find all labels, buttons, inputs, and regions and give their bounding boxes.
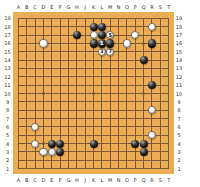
intersection-K10[interactable] [89, 89, 97, 97]
intersection-G4[interactable] [64, 139, 72, 147]
intersection-F10[interactable] [56, 89, 64, 97]
intersection-C7[interactable] [31, 114, 39, 122]
intersection-O4[interactable] [123, 139, 131, 147]
intersection-O9[interactable] [123, 98, 131, 106]
intersection-J13[interactable] [81, 64, 89, 72]
intersection-L11[interactable] [98, 81, 106, 89]
intersection-K8[interactable] [89, 106, 97, 114]
intersection-L6[interactable] [98, 123, 106, 131]
intersection-G7[interactable] [64, 114, 72, 122]
intersection-M18[interactable] [106, 23, 114, 31]
intersection-B12[interactable] [23, 73, 31, 81]
intersection-H10[interactable] [73, 89, 81, 97]
intersection-E15[interactable] [48, 48, 56, 56]
intersection-M19[interactable] [106, 14, 114, 22]
intersection-A15[interactable] [14, 48, 22, 56]
intersection-B9[interactable] [23, 98, 31, 106]
intersection-A8[interactable] [14, 106, 22, 114]
intersection-F16[interactable] [56, 39, 64, 47]
intersection-N3[interactable] [114, 148, 122, 156]
intersection-T9[interactable] [164, 98, 172, 106]
intersection-H16[interactable] [73, 39, 81, 47]
intersection-Q13[interactable] [139, 64, 147, 72]
intersection-R1[interactable] [148, 164, 156, 172]
intersection-N4[interactable] [114, 139, 122, 147]
intersection-N15[interactable] [114, 48, 122, 56]
intersection-M9[interactable] [106, 98, 114, 106]
intersection-P10[interactable] [131, 89, 139, 97]
intersection-K15[interactable] [89, 48, 97, 56]
intersection-H7[interactable] [73, 114, 81, 122]
intersection-K6[interactable] [89, 123, 97, 131]
intersection-S19[interactable] [156, 14, 164, 22]
intersection-N11[interactable] [114, 81, 122, 89]
intersection-N7[interactable] [114, 114, 122, 122]
intersection-O5[interactable] [123, 131, 131, 139]
intersection-D7[interactable] [39, 114, 47, 122]
intersection-G17[interactable] [64, 31, 72, 39]
intersection-R12[interactable] [148, 73, 156, 81]
intersection-Q2[interactable] [139, 156, 147, 164]
intersection-B14[interactable] [23, 56, 31, 64]
intersection-C14[interactable] [31, 56, 39, 64]
intersection-B5[interactable] [23, 131, 31, 139]
intersection-C11[interactable] [31, 81, 39, 89]
intersection-P3[interactable] [131, 148, 139, 156]
intersection-Q5[interactable] [139, 131, 147, 139]
intersection-S9[interactable] [156, 98, 164, 106]
intersection-E13[interactable] [48, 64, 56, 72]
intersection-F8[interactable] [56, 106, 64, 114]
intersection-K11[interactable] [89, 81, 97, 89]
intersection-S4[interactable] [156, 139, 164, 147]
intersection-B2[interactable] [23, 156, 31, 164]
intersection-O13[interactable] [123, 64, 131, 72]
intersection-O3[interactable] [123, 148, 131, 156]
intersection-A5[interactable] [14, 131, 22, 139]
intersection-L10[interactable] [98, 89, 106, 97]
intersection-P14[interactable] [131, 56, 139, 64]
intersection-N5[interactable] [114, 131, 122, 139]
intersection-S10[interactable] [156, 89, 164, 97]
intersection-C15[interactable] [31, 48, 39, 56]
intersection-T17[interactable] [164, 31, 172, 39]
intersection-N1[interactable] [114, 164, 122, 172]
intersection-O12[interactable] [123, 73, 131, 81]
intersection-E11[interactable] [48, 81, 56, 89]
intersection-Q8[interactable] [139, 106, 147, 114]
intersection-F14[interactable] [56, 56, 64, 64]
intersection-T11[interactable] [164, 81, 172, 89]
intersection-M12[interactable] [106, 73, 114, 81]
intersection-K7[interactable] [89, 114, 97, 122]
intersection-A3[interactable] [14, 148, 22, 156]
intersection-J19[interactable] [81, 14, 89, 22]
intersection-T16[interactable] [164, 39, 172, 47]
intersection-J9[interactable] [81, 98, 89, 106]
intersection-A7[interactable] [14, 114, 22, 122]
intersection-M8[interactable] [106, 106, 114, 114]
intersection-J5[interactable] [81, 131, 89, 139]
intersection-S8[interactable] [156, 106, 164, 114]
intersection-C3[interactable] [31, 148, 39, 156]
intersection-B10[interactable] [23, 89, 31, 97]
intersection-T10[interactable] [164, 89, 172, 97]
intersection-O8[interactable] [123, 106, 131, 114]
intersection-H12[interactable] [73, 73, 81, 81]
intersection-A2[interactable] [14, 156, 22, 164]
intersection-E14[interactable] [48, 56, 56, 64]
intersection-D15[interactable] [39, 48, 47, 56]
intersection-Q11[interactable] [139, 81, 147, 89]
intersection-D9[interactable] [39, 98, 47, 106]
intersection-F7[interactable] [56, 114, 64, 122]
intersection-Q16[interactable] [139, 39, 147, 47]
intersection-A6[interactable] [14, 123, 22, 131]
intersection-L13[interactable] [98, 64, 106, 72]
intersection-J16[interactable] [81, 39, 89, 47]
intersection-G8[interactable] [64, 106, 72, 114]
intersection-G1[interactable] [64, 164, 72, 172]
intersection-C12[interactable] [31, 73, 39, 81]
intersection-H9[interactable] [73, 98, 81, 106]
intersection-E12[interactable] [48, 73, 56, 81]
intersection-R2[interactable] [148, 156, 156, 164]
intersection-G18[interactable] [64, 23, 72, 31]
intersection-E5[interactable] [48, 131, 56, 139]
intersection-J17[interactable] [81, 31, 89, 39]
intersection-F15[interactable] [56, 48, 64, 56]
intersection-H15[interactable] [73, 48, 81, 56]
intersection-N2[interactable] [114, 156, 122, 164]
intersection-N18[interactable] [114, 23, 122, 31]
intersection-B4[interactable] [23, 139, 31, 147]
intersection-L9[interactable] [98, 98, 106, 106]
intersection-P12[interactable] [131, 73, 139, 81]
intersection-T19[interactable] [164, 14, 172, 22]
intersection-H18[interactable] [73, 23, 81, 31]
intersection-L2[interactable] [98, 156, 106, 164]
intersection-G3[interactable] [64, 148, 72, 156]
intersection-A17[interactable] [14, 31, 22, 39]
intersection-F5[interactable] [56, 131, 64, 139]
intersection-E8[interactable] [48, 106, 56, 114]
intersection-J15[interactable] [81, 48, 89, 56]
intersection-T3[interactable] [164, 148, 172, 156]
intersection-T8[interactable] [164, 106, 172, 114]
intersection-C8[interactable] [31, 106, 39, 114]
intersection-E1[interactable] [48, 164, 56, 172]
intersection-D8[interactable] [39, 106, 47, 114]
intersection-S14[interactable] [156, 56, 164, 64]
intersection-P7[interactable] [131, 114, 139, 122]
intersection-P11[interactable] [131, 81, 139, 89]
intersection-R19[interactable] [148, 14, 156, 22]
intersection-M6[interactable] [106, 123, 114, 131]
intersection-D13[interactable] [39, 64, 47, 72]
intersection-E10[interactable] [48, 89, 56, 97]
intersection-M13[interactable] [106, 64, 114, 72]
intersection-L14[interactable] [98, 56, 106, 64]
intersection-M4[interactable] [106, 139, 114, 147]
intersection-L19[interactable] [98, 14, 106, 22]
intersection-B18[interactable] [23, 23, 31, 31]
intersection-Q10[interactable] [139, 89, 147, 97]
intersection-L5[interactable] [98, 131, 106, 139]
intersection-Q12[interactable] [139, 73, 147, 81]
intersection-R4[interactable] [148, 139, 156, 147]
intersection-H5[interactable] [73, 131, 81, 139]
intersection-E9[interactable] [48, 98, 56, 106]
intersection-P18[interactable] [131, 23, 139, 31]
intersection-K9[interactable] [89, 98, 97, 106]
intersection-P6[interactable] [131, 123, 139, 131]
intersection-C5[interactable] [31, 131, 39, 139]
intersection-O14[interactable] [123, 56, 131, 64]
intersection-D17[interactable] [39, 31, 47, 39]
intersection-D6[interactable] [39, 123, 47, 131]
intersection-C16[interactable] [31, 39, 39, 47]
intersection-E17[interactable] [48, 31, 56, 39]
intersection-F13[interactable] [56, 64, 64, 72]
intersection-M7[interactable] [106, 114, 114, 122]
intersection-D1[interactable] [39, 164, 47, 172]
goban-surface[interactable]: 1537 [13, 12, 174, 174]
intersection-M1[interactable] [106, 164, 114, 172]
intersection-M5[interactable] [106, 131, 114, 139]
intersection-S11[interactable] [156, 81, 164, 89]
intersection-C1[interactable] [31, 164, 39, 172]
intersection-T12[interactable] [164, 73, 172, 81]
intersection-G12[interactable] [64, 73, 72, 81]
intersection-J1[interactable] [81, 164, 89, 172]
intersection-K5[interactable] [89, 131, 97, 139]
intersection-G5[interactable] [64, 131, 72, 139]
intersection-C9[interactable] [31, 98, 39, 106]
intersection-O17[interactable] [123, 31, 131, 39]
intersection-L12[interactable] [98, 73, 106, 81]
intersection-R7[interactable] [148, 114, 156, 122]
intersection-S2[interactable] [156, 156, 164, 164]
intersection-P16[interactable] [131, 39, 139, 47]
intersection-M14[interactable] [106, 56, 114, 64]
intersection-F11[interactable] [56, 81, 64, 89]
intersection-H1[interactable] [73, 164, 81, 172]
intersection-P13[interactable] [131, 64, 139, 72]
intersection-A1[interactable] [14, 164, 22, 172]
intersection-B13[interactable] [23, 64, 31, 72]
intersection-O18[interactable] [123, 23, 131, 31]
intersection-F19[interactable] [56, 14, 64, 22]
intersection-P5[interactable] [131, 131, 139, 139]
intersection-T1[interactable] [164, 164, 172, 172]
intersection-J6[interactable] [81, 123, 89, 131]
intersection-R3[interactable] [148, 148, 156, 156]
intersection-Q19[interactable] [139, 14, 147, 22]
intersection-A19[interactable] [14, 14, 22, 22]
intersection-P9[interactable] [131, 98, 139, 106]
intersection-N10[interactable] [114, 89, 122, 97]
intersection-J14[interactable] [81, 56, 89, 64]
intersection-B16[interactable] [23, 39, 31, 47]
intersection-B7[interactable] [23, 114, 31, 122]
intersection-O15[interactable] [123, 48, 131, 56]
intersection-B8[interactable] [23, 106, 31, 114]
intersection-R6[interactable] [148, 123, 156, 131]
intersection-M11[interactable] [106, 81, 114, 89]
intersection-N6[interactable] [114, 123, 122, 131]
intersection-E7[interactable] [48, 114, 56, 122]
intersection-Q18[interactable] [139, 23, 147, 31]
intersection-A4[interactable] [14, 139, 22, 147]
intersection-F9[interactable] [56, 98, 64, 106]
intersection-S17[interactable] [156, 31, 164, 39]
intersection-Q6[interactable] [139, 123, 147, 131]
intersection-G15[interactable] [64, 48, 72, 56]
intersection-F12[interactable] [56, 73, 64, 81]
intersection-D11[interactable] [39, 81, 47, 89]
intersection-A10[interactable] [14, 89, 22, 97]
intersection-D5[interactable] [39, 131, 47, 139]
intersection-R13[interactable] [148, 64, 156, 72]
intersection-D18[interactable] [39, 23, 47, 31]
intersection-O2[interactable] [123, 156, 131, 164]
intersection-J8[interactable] [81, 106, 89, 114]
intersection-B1[interactable] [23, 164, 31, 172]
intersection-N8[interactable] [114, 106, 122, 114]
intersection-N16[interactable] [114, 39, 122, 47]
intersection-G9[interactable] [64, 98, 72, 106]
intersection-N9[interactable] [114, 98, 122, 106]
intersection-N19[interactable] [114, 14, 122, 22]
intersection-P15[interactable] [131, 48, 139, 56]
intersection-S6[interactable] [156, 123, 164, 131]
intersection-T13[interactable] [164, 64, 172, 72]
intersection-T2[interactable] [164, 156, 172, 164]
intersection-L3[interactable] [98, 148, 106, 156]
intersection-G19[interactable] [64, 14, 72, 22]
intersection-Q9[interactable] [139, 98, 147, 106]
intersection-F17[interactable] [56, 31, 64, 39]
intersection-J12[interactable] [81, 73, 89, 81]
intersection-P19[interactable] [131, 14, 139, 22]
intersection-S7[interactable] [156, 114, 164, 122]
intersection-T6[interactable] [164, 123, 172, 131]
intersection-E19[interactable] [48, 14, 56, 22]
intersection-D2[interactable] [39, 156, 47, 164]
intersection-E18[interactable] [48, 23, 56, 31]
intersection-H14[interactable] [73, 56, 81, 64]
intersection-A18[interactable] [14, 23, 22, 31]
intersection-H11[interactable] [73, 81, 81, 89]
intersection-B6[interactable] [23, 123, 31, 131]
intersection-J3[interactable] [81, 148, 89, 156]
intersection-C13[interactable] [31, 64, 39, 72]
intersection-B17[interactable] [23, 31, 31, 39]
intersection-D14[interactable] [39, 56, 47, 64]
intersection-R15[interactable] [148, 48, 156, 56]
intersection-H2[interactable] [73, 156, 81, 164]
intersection-T5[interactable] [164, 131, 172, 139]
intersection-R10[interactable] [148, 89, 156, 97]
intersection-D12[interactable] [39, 73, 47, 81]
intersection-O6[interactable] [123, 123, 131, 131]
intersection-P1[interactable] [131, 164, 139, 172]
intersection-N13[interactable] [114, 64, 122, 72]
intersection-S1[interactable] [156, 164, 164, 172]
intersection-G11[interactable] [64, 81, 72, 89]
intersection-B15[interactable] [23, 48, 31, 56]
intersection-C2[interactable] [31, 156, 39, 164]
intersection-K2[interactable] [89, 156, 97, 164]
intersection-S16[interactable] [156, 39, 164, 47]
intersection-H13[interactable] [73, 64, 81, 72]
intersection-T4[interactable] [164, 139, 172, 147]
intersection-J11[interactable] [81, 81, 89, 89]
intersection-G6[interactable] [64, 123, 72, 131]
intersection-E6[interactable] [48, 123, 56, 131]
intersection-K3[interactable] [89, 148, 97, 156]
intersection-N14[interactable] [114, 56, 122, 64]
intersection-B19[interactable] [23, 14, 31, 22]
intersection-T7[interactable] [164, 114, 172, 122]
intersection-F18[interactable] [56, 23, 64, 31]
intersection-L7[interactable] [98, 114, 106, 122]
intersection-O1[interactable] [123, 164, 131, 172]
intersection-H6[interactable] [73, 123, 81, 131]
intersection-F1[interactable] [56, 164, 64, 172]
intersection-O19[interactable] [123, 14, 131, 22]
intersection-K19[interactable] [89, 14, 97, 22]
intersection-H8[interactable] [73, 106, 81, 114]
intersection-S3[interactable] [156, 148, 164, 156]
intersection-M10[interactable] [106, 89, 114, 97]
intersection-S12[interactable] [156, 73, 164, 81]
intersection-R17[interactable] [148, 31, 156, 39]
intersection-J4[interactable] [81, 139, 89, 147]
intersection-M2[interactable] [106, 156, 114, 164]
intersection-A9[interactable] [14, 98, 22, 106]
intersection-N12[interactable] [114, 73, 122, 81]
intersection-J10[interactable] [81, 89, 89, 97]
intersection-K12[interactable] [89, 73, 97, 81]
intersection-J18[interactable] [81, 23, 89, 31]
intersection-C18[interactable] [31, 23, 39, 31]
intersection-F2[interactable] [56, 156, 64, 164]
intersection-A11[interactable] [14, 81, 22, 89]
intersection-F6[interactable] [56, 123, 64, 131]
intersection-G16[interactable] [64, 39, 72, 47]
intersection-K1[interactable] [89, 164, 97, 172]
intersection-P2[interactable] [131, 156, 139, 164]
intersection-A14[interactable] [14, 56, 22, 64]
intersection-T14[interactable] [164, 56, 172, 64]
intersection-A13[interactable] [14, 64, 22, 72]
intersection-A12[interactable] [14, 73, 22, 81]
intersection-D4[interactable] [39, 139, 47, 147]
intersection-Q15[interactable] [139, 48, 147, 56]
intersection-G10[interactable] [64, 89, 72, 97]
intersection-E16[interactable] [48, 39, 56, 47]
intersection-R14[interactable] [148, 56, 156, 64]
intersection-S5[interactable] [156, 131, 164, 139]
intersection-O11[interactable] [123, 81, 131, 89]
intersection-C10[interactable] [31, 89, 39, 97]
intersection-K14[interactable] [89, 56, 97, 64]
intersection-T18[interactable] [164, 23, 172, 31]
intersection-H4[interactable] [73, 139, 81, 147]
intersection-D19[interactable] [39, 14, 47, 22]
